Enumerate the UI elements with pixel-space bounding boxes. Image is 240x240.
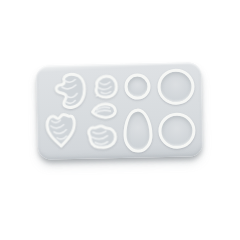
product-photo <box>0 0 240 240</box>
cavity-geode-bitten-round <box>53 72 87 111</box>
cavity-circle-large-bottom <box>158 112 196 149</box>
silicone-mold <box>36 62 203 159</box>
cavity-geode-heart <box>44 111 78 149</box>
cavity-circle-large-top <box>157 68 195 105</box>
cavity-egg-teardrop <box>123 108 153 153</box>
cavity-geode-small-round <box>92 74 119 100</box>
cavity-circle-small <box>124 73 151 100</box>
cavity-geode-comma <box>84 121 119 151</box>
cavity-geode-leaf <box>90 101 118 121</box>
